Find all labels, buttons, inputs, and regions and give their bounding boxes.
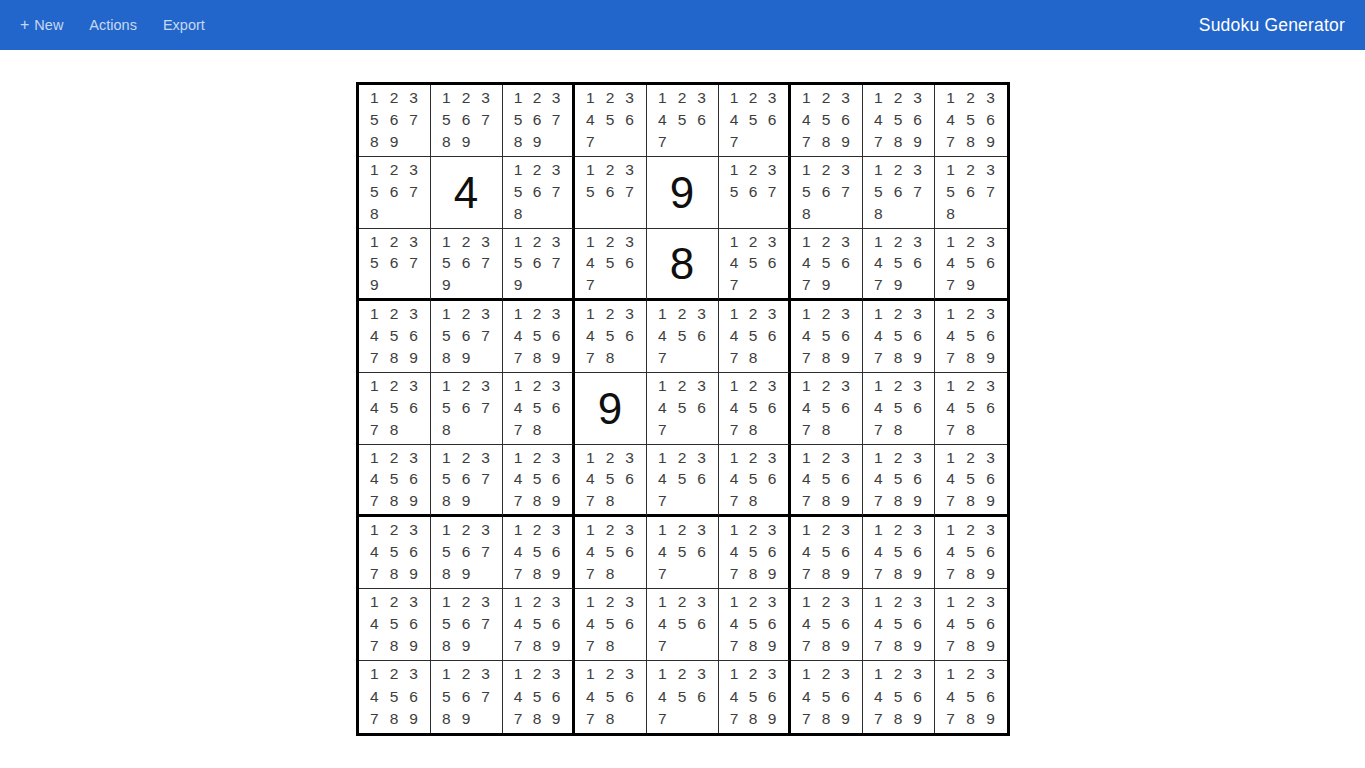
pencil-mark: 3 [981, 159, 1001, 181]
pencil-mark: 2 [456, 519, 476, 541]
pencil-mark: 1 [941, 447, 961, 468]
cell-r9c4[interactable]: 12345678 [575, 661, 647, 733]
cell-r9c9[interactable]: 123456789 [935, 661, 1007, 733]
pencil-mark: 2 [816, 663, 836, 685]
pencil-mark: 6 [981, 252, 1001, 273]
pencil-mark: 7 [581, 131, 601, 153]
pencil-mark: 4 [509, 541, 528, 563]
pencil-mark: 2 [384, 159, 404, 181]
pencil-mark: 2 [961, 303, 981, 325]
export-menu-label: Export [163, 17, 205, 33]
cell-r3c9[interactable]: 12345679 [935, 229, 1007, 301]
pencil-mark: 6 [763, 613, 782, 635]
pencil-mark: 9 [908, 347, 928, 369]
pencil-mark: 9 [456, 563, 476, 585]
cell-r3c1[interactable]: 1235679 [359, 229, 431, 301]
cell-r3c4[interactable]: 1234567 [575, 229, 647, 301]
pencil-mark: 7 [797, 274, 817, 295]
pencil-mark: 4 [941, 685, 961, 707]
cell-r6c6[interactable]: 12345678 [719, 445, 791, 517]
cell-r2c9[interactable]: 1235678 [935, 157, 1007, 229]
cell-r1c7[interactable]: 123456789 [791, 85, 863, 157]
pencil-mark: 4 [581, 252, 601, 273]
cell-r3c3[interactable]: 1235679 [503, 229, 575, 301]
cell-r3c6[interactable]: 1234567 [719, 229, 791, 301]
pencil-marks: 123456789 [791, 301, 862, 372]
pencil-mark: 2 [816, 159, 836, 181]
pencil-mark: 8 [600, 490, 620, 511]
pencil-mark: 4 [653, 109, 673, 131]
pencil-mark: 2 [384, 663, 404, 685]
pencil-mark: 5 [888, 541, 908, 563]
pencil-mark: 7 [509, 635, 528, 657]
pencil-mark: 5 [888, 325, 908, 347]
pencil-mark: 1 [581, 159, 601, 181]
pencil-mark: 5 [600, 541, 620, 563]
pencil-mark: 7 [653, 490, 673, 511]
cell-r7c1[interactable]: 123456789 [359, 517, 431, 589]
pencil-mark: 2 [961, 663, 981, 685]
pencil-mark: 4 [797, 397, 817, 419]
pencil-marks: 12345678 [575, 661, 646, 733]
cell-r7c6[interactable]: 123456789 [719, 517, 791, 589]
pencil-mark: 2 [816, 519, 836, 541]
pencil-mark: 7 [404, 181, 424, 203]
pencil-mark: 3 [836, 303, 856, 325]
pencil-mark: 9 [961, 274, 981, 295]
cell-r3c5[interactable]: 8 [647, 229, 719, 301]
cell-r2c8[interactable]: 1235678 [863, 157, 935, 229]
pencil-mark: 8 [528, 635, 547, 657]
pencil-mark: 3 [547, 87, 566, 109]
solved-digit: 8 [647, 229, 718, 298]
pencil-mark: 7 [725, 347, 744, 369]
pencil-mark: 6 [692, 541, 712, 563]
cell-r9c5[interactable]: 1234567 [647, 661, 719, 733]
pencil-mark: 8 [816, 708, 836, 730]
pencil-mark: 6 [456, 397, 476, 419]
cell-r9c8[interactable]: 123456789 [863, 661, 935, 733]
pencil-mark: 6 [816, 181, 836, 203]
pencil-mark: 7 [476, 109, 496, 131]
cell-r9c1[interactable]: 123456789 [359, 661, 431, 733]
pencil-marks: 1235678 [863, 157, 934, 228]
pencil-mark: 4 [869, 397, 889, 419]
pencil-mark: 8 [941, 203, 961, 225]
pencil-mark: 3 [620, 159, 640, 181]
cell-r8c9[interactable]: 123456789 [935, 589, 1007, 661]
pencil-mark: 7 [653, 708, 673, 730]
cell-r2c7[interactable]: 1235678 [791, 157, 863, 229]
pencil-mark: 4 [509, 397, 528, 419]
pencil-mark: 6 [763, 468, 782, 489]
cell-r8c7[interactable]: 123456789 [791, 589, 863, 661]
pencil-mark: 3 [620, 447, 640, 468]
pencil-mark: 6 [620, 109, 640, 131]
pencil-mark: 2 [528, 447, 547, 468]
pencil-mark: 1 [869, 447, 889, 468]
pencil-mark: 4 [365, 397, 385, 419]
cell-r6c4[interactable]: 12345678 [575, 445, 647, 517]
pencil-mark: 5 [672, 541, 692, 563]
cell-r8c4[interactable]: 12345678 [575, 589, 647, 661]
cell-r3c2[interactable]: 1235679 [431, 229, 503, 301]
cell-r1c3[interactable]: 12356789 [503, 85, 575, 157]
pencil-mark: 7 [763, 181, 782, 203]
cell-r6c3[interactable]: 123456789 [503, 445, 575, 517]
cell-r5c1[interactable]: 12345678 [359, 373, 431, 445]
cell-r4c3[interactable]: 123456789 [503, 301, 575, 373]
actions-menu[interactable]: Actions [89, 17, 137, 33]
pencil-mark: 4 [725, 685, 744, 707]
pencil-mark: 9 [763, 708, 782, 730]
new-button[interactable]: + New [20, 17, 63, 33]
cell-r5c8[interactable]: 12345678 [863, 373, 935, 445]
pencil-mark: 9 [547, 347, 566, 369]
pencil-mark: 8 [600, 347, 620, 369]
pencil-mark: 6 [404, 325, 424, 347]
cell-r5c2[interactable]: 1235678 [431, 373, 503, 445]
pencil-mark: 2 [888, 663, 908, 685]
pencil-mark: 4 [365, 325, 385, 347]
pencil-mark: 6 [456, 325, 476, 347]
cell-r5c3[interactable]: 12345678 [503, 373, 575, 445]
pencil-mark: 3 [547, 303, 566, 325]
pencil-mark: 8 [961, 419, 981, 441]
pencil-mark: 6 [547, 325, 566, 347]
pencil-mark: 5 [437, 541, 457, 563]
pencil-mark: 5 [672, 685, 692, 707]
pencil-mark: 7 [941, 708, 961, 730]
pencil-mark: 4 [797, 252, 817, 273]
pencil-marks: 123456789 [503, 301, 572, 372]
pencil-mark: 5 [816, 252, 836, 273]
pencil-mark: 6 [836, 109, 856, 131]
pencil-mark: 7 [365, 419, 385, 441]
pencil-mark: 1 [653, 519, 673, 541]
cell-r8c6[interactable]: 123456789 [719, 589, 791, 661]
pencil-mark: 4 [941, 468, 961, 489]
pencil-mark: 3 [620, 663, 640, 685]
pencil-mark: 6 [836, 613, 856, 635]
cell-r2c6[interactable]: 123567 [719, 157, 791, 229]
cell-r9c2[interactable]: 12356789 [431, 661, 503, 733]
pencil-mark: 4 [581, 468, 601, 489]
cell-r8c2[interactable]: 12356789 [431, 589, 503, 661]
pencil-mark: 8 [437, 635, 457, 657]
pencil-mark: 1 [509, 303, 528, 325]
pencil-mark: 2 [384, 591, 404, 613]
pencil-mark: 6 [528, 181, 547, 203]
pencil-mark: 7 [581, 635, 601, 657]
pencil-mark: 9 [763, 563, 782, 585]
cell-r7c2[interactable]: 12356789 [431, 517, 503, 589]
pencil-mark: 8 [744, 347, 763, 369]
cell-r9c3[interactable]: 123456789 [503, 661, 575, 733]
pencil-mark: 1 [725, 663, 744, 685]
cell-r9c7[interactable]: 123456789 [791, 661, 863, 733]
cell-r6c1[interactable]: 123456789 [359, 445, 431, 517]
pencil-mark: 3 [836, 591, 856, 613]
pencil-mark: 1 [725, 375, 744, 397]
pencil-mark: 5 [437, 109, 457, 131]
cell-r8c1[interactable]: 123456789 [359, 589, 431, 661]
pencil-marks: 12345678 [935, 373, 1007, 444]
pencil-mark: 2 [961, 591, 981, 613]
cell-r6c8[interactable]: 123456789 [863, 445, 935, 517]
pencil-mark: 5 [528, 685, 547, 707]
pencil-mark: 6 [620, 685, 640, 707]
pencil-mark: 2 [528, 159, 547, 181]
cell-r5c9[interactable]: 12345678 [935, 373, 1007, 445]
pencil-mark: 3 [763, 663, 782, 685]
pencil-mark: 1 [941, 519, 961, 541]
pencil-mark: 4 [725, 252, 744, 273]
pencil-mark: 1 [797, 159, 817, 181]
pencil-mark: 5 [365, 181, 385, 203]
pencil-mark: 8 [816, 419, 836, 441]
cell-r4c4[interactable]: 12345678 [575, 301, 647, 373]
pencil-mark: 7 [941, 635, 961, 657]
pencil-mark: 7 [797, 131, 817, 153]
pencil-mark: 9 [836, 635, 856, 657]
pencil-mark: 3 [763, 231, 782, 252]
cell-r8c3[interactable]: 123456789 [503, 589, 575, 661]
pencil-mark: 4 [869, 325, 889, 347]
pencil-mark: 1 [653, 303, 673, 325]
pencil-mark: 6 [836, 468, 856, 489]
pencil-mark: 2 [672, 87, 692, 109]
pencil-mark: 6 [888, 181, 908, 203]
pencil-mark: 8 [961, 347, 981, 369]
pencil-mark: 9 [908, 708, 928, 730]
pencil-mark: 3 [763, 447, 782, 468]
pencil-mark: 4 [869, 541, 889, 563]
pencil-mark: 5 [888, 685, 908, 707]
pencil-mark: 8 [528, 490, 547, 511]
cell-r7c9[interactable]: 123456789 [935, 517, 1007, 589]
pencil-mark: 8 [816, 635, 836, 657]
cell-r8c5[interactable]: 1234567 [647, 589, 719, 661]
pencil-mark: 4 [581, 685, 601, 707]
pencil-mark: 1 [869, 519, 889, 541]
pencil-mark: 9 [908, 635, 928, 657]
pencil-mark: 3 [692, 591, 712, 613]
pencil-mark: 1 [797, 663, 817, 685]
pencil-mark: 5 [672, 613, 692, 635]
pencil-mark: 7 [725, 635, 744, 657]
cell-r4c1[interactable]: 123456789 [359, 301, 431, 373]
cell-r5c5[interactable]: 1234567 [647, 373, 719, 445]
pencil-mark: 6 [981, 109, 1001, 131]
pencil-mark: 5 [744, 468, 763, 489]
pencil-mark: 9 [981, 708, 1001, 730]
pencil-mark: 2 [961, 447, 981, 468]
cell-r4c7[interactable]: 123456789 [791, 301, 863, 373]
pencil-mark: 5 [888, 468, 908, 489]
cell-r2c4[interactable]: 123567 [575, 157, 647, 229]
pencil-mark: 3 [908, 591, 928, 613]
cell-r7c5[interactable]: 1234567 [647, 517, 719, 589]
pencil-mark: 5 [941, 181, 961, 203]
cell-r4c2[interactable]: 12356789 [431, 301, 503, 373]
cell-r4c6[interactable]: 12345678 [719, 301, 791, 373]
cell-r2c5[interactable]: 9 [647, 157, 719, 229]
pencil-mark: 1 [365, 591, 385, 613]
pencil-mark: 8 [437, 347, 457, 369]
pencil-mark: 5 [509, 181, 528, 203]
cell-r1c1[interactable]: 12356789 [359, 85, 431, 157]
pencil-mark: 7 [797, 347, 817, 369]
pencil-mark: 3 [763, 375, 782, 397]
pencil-mark: 1 [581, 303, 601, 325]
cell-r7c8[interactable]: 123456789 [863, 517, 935, 589]
pencil-marks: 12345678 [863, 373, 934, 444]
cell-r3c7[interactable]: 12345679 [791, 229, 863, 301]
cell-r1c4[interactable]: 1234567 [575, 85, 647, 157]
pencil-mark: 3 [763, 159, 782, 181]
pencil-mark: 9 [908, 563, 928, 585]
pencil-mark: 5 [672, 397, 692, 419]
pencil-mark: 8 [744, 708, 763, 730]
pencil-mark: 1 [725, 159, 744, 181]
pencil-mark: 1 [797, 519, 817, 541]
pencil-mark: 7 [981, 181, 1001, 203]
cell-r7c4[interactable]: 12345678 [575, 517, 647, 589]
cell-r2c2[interactable]: 4 [431, 157, 503, 229]
cell-r6c7[interactable]: 123456789 [791, 445, 863, 517]
pencil-mark: 3 [763, 87, 782, 109]
pencil-mark: 5 [384, 468, 404, 489]
pencil-mark: 6 [763, 685, 782, 707]
pencil-mark: 2 [961, 87, 981, 109]
pencil-mark: 6 [763, 541, 782, 563]
cell-r1c2[interactable]: 12356789 [431, 85, 503, 157]
pencil-mark: 2 [528, 663, 547, 685]
pencil-mark: 8 [797, 203, 817, 225]
pencil-mark: 3 [547, 591, 566, 613]
pencil-mark: 7 [869, 274, 889, 295]
pencil-mark: 5 [528, 468, 547, 489]
cell-r6c5[interactable]: 1234567 [647, 445, 719, 517]
pencil-mark: 6 [456, 685, 476, 707]
pencil-mark: 8 [384, 490, 404, 511]
cell-r5c6[interactable]: 12345678 [719, 373, 791, 445]
pencil-mark: 2 [600, 519, 620, 541]
cell-r6c9[interactable]: 123456789 [935, 445, 1007, 517]
cell-r4c8[interactable]: 123456789 [863, 301, 935, 373]
pencil-marks: 123456789 [503, 589, 572, 660]
pencil-mark: 4 [797, 109, 817, 131]
cell-r5c4[interactable]: 9 [575, 373, 647, 445]
pencil-mark: 4 [653, 397, 673, 419]
pencil-mark: 5 [437, 325, 457, 347]
pencil-mark: 3 [981, 87, 1001, 109]
cell-r6c2[interactable]: 12356789 [431, 445, 503, 517]
pencil-mark: 7 [797, 708, 817, 730]
cell-r4c5[interactable]: 1234567 [647, 301, 719, 373]
pencil-mark: 9 [908, 490, 928, 511]
pencil-mark: 7 [620, 181, 640, 203]
pencil-mark: 1 [365, 303, 385, 325]
pencil-mark: 5 [384, 541, 404, 563]
cell-r1c8[interactable]: 123456789 [863, 85, 935, 157]
pencil-mark: 5 [365, 109, 385, 131]
pencil-marks: 1234567 [647, 85, 718, 156]
pencil-mark: 7 [653, 635, 673, 657]
pencil-mark: 5 [816, 397, 836, 419]
pencil-marks: 123456789 [863, 661, 934, 733]
pencil-mark: 3 [547, 447, 566, 468]
pencil-mark: 7 [797, 635, 817, 657]
pencil-mark: 1 [509, 447, 528, 468]
pencil-marks: 1234567 [575, 229, 646, 298]
pencil-marks: 12356789 [431, 589, 502, 660]
pencil-mark: 1 [869, 87, 889, 109]
pencil-mark: 4 [797, 685, 817, 707]
pencil-mark: 3 [476, 519, 496, 541]
pencil-marks: 12356789 [431, 85, 502, 156]
cell-r7c3[interactable]: 123456789 [503, 517, 575, 589]
pencil-mark: 2 [384, 303, 404, 325]
cell-r1c9[interactable]: 123456789 [935, 85, 1007, 157]
pencil-mark: 1 [725, 519, 744, 541]
cell-r4c9[interactable]: 123456789 [935, 301, 1007, 373]
cell-r7c7[interactable]: 123456789 [791, 517, 863, 589]
export-menu[interactable]: Export [163, 17, 205, 33]
pencil-mark: 2 [384, 375, 404, 397]
cell-r8c8[interactable]: 123456789 [863, 589, 935, 661]
pencil-marks: 12345678 [575, 301, 646, 372]
pencil-marks: 123456789 [863, 85, 934, 156]
pencil-mark: 2 [744, 663, 763, 685]
pencil-mark: 8 [600, 563, 620, 585]
pencil-mark: 8 [888, 131, 908, 153]
pencil-mark: 8 [888, 419, 908, 441]
pencil-mark: 4 [725, 541, 744, 563]
pencil-mark: 5 [672, 325, 692, 347]
pencil-mark: 2 [456, 303, 476, 325]
pencil-mark: 6 [456, 613, 476, 635]
pencil-mark: 3 [476, 87, 496, 109]
pencil-mark: 6 [744, 181, 763, 203]
pencil-mark: 2 [528, 303, 547, 325]
pencil-mark: 1 [581, 87, 601, 109]
pencil-marks: 12356789 [431, 445, 502, 514]
pencil-mark: 4 [797, 613, 817, 635]
pencil-mark: 6 [908, 613, 928, 635]
pencil-marks: 123456789 [719, 661, 788, 733]
cell-r3c8[interactable]: 12345679 [863, 229, 935, 301]
pencil-mark: 7 [869, 635, 889, 657]
pencil-marks: 12356789 [359, 85, 430, 156]
pencil-mark: 7 [581, 490, 601, 511]
cell-r5c7[interactable]: 12345678 [791, 373, 863, 445]
pencil-mark: 1 [581, 447, 601, 468]
cell-r1c5[interactable]: 1234567 [647, 85, 719, 157]
cell-r2c1[interactable]: 1235678 [359, 157, 431, 229]
pencil-mark: 1 [437, 447, 457, 468]
pencil-mark: 3 [404, 303, 424, 325]
cell-r2c3[interactable]: 1235678 [503, 157, 575, 229]
pencil-mark: 3 [981, 303, 1001, 325]
pencil-mark: 6 [620, 325, 640, 347]
cell-r9c6[interactable]: 123456789 [719, 661, 791, 733]
pencil-mark: 1 [509, 231, 528, 252]
pencil-mark: 2 [816, 591, 836, 613]
cell-r1c6[interactable]: 1234567 [719, 85, 791, 157]
pencil-mark: 9 [456, 708, 476, 730]
